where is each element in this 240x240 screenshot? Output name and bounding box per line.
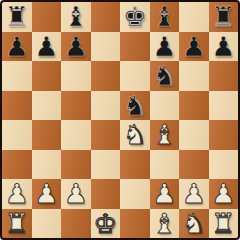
square-h8[interactable]: ♜ (209, 2, 239, 32)
square-d5[interactable] (91, 91, 121, 121)
piece-white-rook[interactable]: ♜ (211, 209, 235, 239)
square-g4[interactable] (179, 120, 209, 150)
square-e4[interactable]: ♞ (120, 120, 150, 150)
square-b2[interactable]: ♟ (32, 179, 62, 209)
piece-white-knight[interactable]: ♞ (182, 209, 206, 239)
square-h3[interactable] (209, 150, 239, 180)
piece-black-bishop[interactable]: ♝ (152, 2, 176, 32)
square-d6[interactable] (91, 61, 121, 91)
square-c2[interactable]: ♟ (61, 179, 91, 209)
square-b1[interactable] (32, 209, 62, 239)
square-g6[interactable] (179, 61, 209, 91)
piece-black-pawn[interactable]: ♟ (211, 32, 235, 62)
piece-white-bishop[interactable]: ♝ (152, 120, 176, 150)
piece-black-bishop[interactable]: ♝ (64, 2, 88, 32)
square-e8[interactable]: ♚ (120, 2, 150, 32)
square-h6[interactable] (209, 61, 239, 91)
piece-black-king[interactable]: ♚ (123, 2, 147, 32)
square-d2[interactable] (91, 179, 121, 209)
piece-black-pawn[interactable]: ♟ (64, 32, 88, 62)
square-g8[interactable] (179, 2, 209, 32)
square-e3[interactable] (120, 150, 150, 180)
square-c8[interactable]: ♝ (61, 2, 91, 32)
square-f2[interactable]: ♟ (150, 179, 180, 209)
piece-white-knight[interactable]: ♞ (123, 120, 147, 150)
chess-board: ♜♝♚♝♜♟♟♟♟♟♟♞♞♞♝♟♟♟♟♟♟♜♚♝♞♜ (2, 2, 238, 238)
square-g1[interactable]: ♞ (179, 209, 209, 239)
square-g5[interactable] (179, 91, 209, 121)
square-c1[interactable] (61, 209, 91, 239)
square-f1[interactable]: ♝ (150, 209, 180, 239)
square-f8[interactable]: ♝ (150, 2, 180, 32)
piece-black-pawn[interactable]: ♟ (34, 32, 58, 62)
square-f6[interactable]: ♞ (150, 61, 180, 91)
piece-black-pawn[interactable]: ♟ (182, 32, 206, 62)
piece-black-rook[interactable]: ♜ (211, 2, 235, 32)
square-a5[interactable] (2, 91, 32, 121)
square-h7[interactable]: ♟ (209, 32, 239, 62)
square-f4[interactable]: ♝ (150, 120, 180, 150)
piece-black-knight[interactable]: ♞ (123, 91, 147, 121)
square-e2[interactable] (120, 179, 150, 209)
square-d8[interactable] (91, 2, 121, 32)
square-c5[interactable] (61, 91, 91, 121)
square-a4[interactable] (2, 120, 32, 150)
square-g7[interactable]: ♟ (179, 32, 209, 62)
square-g3[interactable] (179, 150, 209, 180)
square-f5[interactable] (150, 91, 180, 121)
square-a1[interactable]: ♜ (2, 209, 32, 239)
square-d3[interactable] (91, 150, 121, 180)
piece-black-knight[interactable]: ♞ (152, 61, 176, 91)
piece-white-bishop[interactable]: ♝ (152, 209, 176, 239)
square-a7[interactable]: ♟ (2, 32, 32, 62)
piece-white-pawn[interactable]: ♟ (5, 179, 29, 209)
square-h4[interactable] (209, 120, 239, 150)
square-b4[interactable] (32, 120, 62, 150)
piece-white-pawn[interactable]: ♟ (64, 179, 88, 209)
square-f7[interactable]: ♟ (150, 32, 180, 62)
piece-white-pawn[interactable]: ♟ (34, 179, 58, 209)
square-b7[interactable]: ♟ (32, 32, 62, 62)
square-a8[interactable]: ♜ (2, 2, 32, 32)
square-b6[interactable] (32, 61, 62, 91)
square-e5[interactable]: ♞ (120, 91, 150, 121)
square-c4[interactable] (61, 120, 91, 150)
square-f3[interactable] (150, 150, 180, 180)
piece-white-pawn[interactable]: ♟ (182, 179, 206, 209)
piece-white-king[interactable]: ♚ (93, 209, 117, 239)
square-a2[interactable]: ♟ (2, 179, 32, 209)
square-b5[interactable] (32, 91, 62, 121)
chess-board-frame: ♜♝♚♝♜♟♟♟♟♟♟♞♞♞♝♟♟♟♟♟♟♜♚♝♞♜ (0, 0, 240, 240)
piece-white-pawn[interactable]: ♟ (152, 179, 176, 209)
square-d7[interactable] (91, 32, 121, 62)
piece-white-pawn[interactable]: ♟ (211, 179, 235, 209)
square-a6[interactable] (2, 61, 32, 91)
square-c3[interactable] (61, 150, 91, 180)
square-h1[interactable]: ♜ (209, 209, 239, 239)
square-e7[interactable] (120, 32, 150, 62)
square-g2[interactable]: ♟ (179, 179, 209, 209)
piece-black-rook[interactable]: ♜ (5, 2, 29, 32)
square-a3[interactable] (2, 150, 32, 180)
square-h2[interactable]: ♟ (209, 179, 239, 209)
square-b8[interactable] (32, 2, 62, 32)
square-c6[interactable] (61, 61, 91, 91)
square-e1[interactable] (120, 209, 150, 239)
square-h5[interactable] (209, 91, 239, 121)
piece-white-rook[interactable]: ♜ (5, 209, 29, 239)
piece-black-pawn[interactable]: ♟ (5, 32, 29, 62)
square-b3[interactable] (32, 150, 62, 180)
square-e6[interactable] (120, 61, 150, 91)
piece-black-pawn[interactable]: ♟ (152, 32, 176, 62)
square-d4[interactable] (91, 120, 121, 150)
square-d1[interactable]: ♚ (91, 209, 121, 239)
square-c7[interactable]: ♟ (61, 32, 91, 62)
